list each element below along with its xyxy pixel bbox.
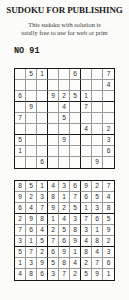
sudoku-cell: 2 [37, 247, 48, 258]
sudoku-cell [81, 69, 92, 80]
sudoku-cell [103, 157, 114, 168]
sudoku-cell: 3 [37, 192, 48, 203]
sudoku-cell: 7 [15, 225, 26, 236]
sudoku-cell [81, 113, 92, 124]
sudoku-cell [59, 69, 70, 80]
sudoku-cell: 6 [26, 225, 37, 236]
sudoku-cell [81, 80, 92, 91]
sudoku-cell [37, 102, 48, 113]
sudoku-cell: 7 [59, 269, 70, 280]
sudoku-cell [70, 124, 81, 135]
sudoku-cell: 7 [48, 236, 59, 247]
sudoku-cell [92, 146, 103, 157]
sudoku-cell: 7 [103, 181, 114, 192]
sudoku-cell [15, 102, 26, 113]
sudoku-cell: 1 [15, 258, 26, 269]
sudoku-cell: 8 [37, 214, 48, 225]
sudoku-cell: 4 [26, 203, 37, 214]
sudoku-cell [48, 146, 59, 157]
sudoku-cell: 7 [26, 247, 37, 258]
sudoku-cell: 8 [81, 247, 92, 258]
sudoku-cell: 5 [26, 181, 37, 192]
sudoku-cell: 8 [59, 258, 70, 269]
sudoku-cell [92, 69, 103, 80]
sudoku-cell [59, 146, 70, 157]
sudoku-cell [92, 124, 103, 135]
sudoku-cell [59, 157, 70, 168]
sudoku-cell: 2 [26, 192, 37, 203]
sudoku-cell: 7 [81, 102, 92, 113]
sudoku-cell [92, 135, 103, 146]
puzzle-number-label: NO 91 [14, 46, 40, 56]
sudoku-cell: 6 [70, 69, 81, 80]
sudoku-cell: 1 [92, 225, 103, 236]
sudoku-cell: 8 [48, 192, 59, 203]
sudoku-cell: 5 [37, 236, 48, 247]
sudoku-cell: 3 [59, 181, 70, 192]
sudoku-cell: 4 [103, 80, 114, 91]
sudoku-cell: 6 [37, 157, 48, 168]
sudoku-cell: 2 [103, 124, 114, 135]
sudoku-cell: 7 [81, 214, 92, 225]
sudoku-cell: 6 [37, 269, 48, 280]
sudoku-cell: 4 [15, 269, 26, 280]
sudoku-cell: 8 [15, 181, 26, 192]
sudoku-page: SUDOKU FOR PUBLISHING This sudoku with s… [0, 0, 129, 300]
sudoku-cell: 2 [70, 269, 81, 280]
sudoku-cell [48, 157, 59, 168]
sudoku-cell: 1 [48, 214, 59, 225]
sudoku-cell [92, 113, 103, 124]
sudoku-cell [92, 80, 103, 91]
sudoku-cell: 6 [103, 146, 114, 157]
sudoku-cell: 3 [81, 225, 92, 236]
sudoku-cell: 5 [81, 269, 92, 280]
sudoku-cell [70, 113, 81, 124]
sudoku-cell [15, 69, 26, 80]
sudoku-cell: 8 [70, 225, 81, 236]
sudoku-cell [37, 80, 48, 91]
sudoku-cell: 7 [103, 69, 114, 80]
sudoku-cell: 1 [37, 181, 48, 192]
sudoku-cell: 5 [103, 214, 114, 225]
sudoku-cell: 9 [59, 135, 70, 146]
sudoku-cell [15, 157, 26, 168]
sudoku-cell: 9 [59, 247, 70, 258]
sudoku-cell: 3 [103, 135, 114, 146]
sudoku-cell: 2 [92, 181, 103, 192]
sudoku-cell [70, 146, 81, 157]
sudoku-cell: 6 [59, 236, 70, 247]
sudoku-cell: 4 [70, 258, 81, 269]
sudoku-cell: 1 [81, 203, 92, 214]
sudoku-cell: 4 [37, 225, 48, 236]
sudoku-cell: 5 [15, 135, 26, 146]
sudoku-cell: 2 [48, 225, 59, 236]
sudoku-cell: 7 [92, 258, 103, 269]
sudoku-cell: 4 [103, 192, 114, 203]
sudoku-cell [92, 91, 103, 102]
sudoku-cell: 6 [15, 91, 26, 102]
sudoku-cell [59, 80, 70, 91]
sudoku-cell: 8 [103, 203, 114, 214]
sudoku-cell: 6 [48, 247, 59, 258]
sudoku-cell [15, 124, 26, 135]
sudoku-cell: 3 [92, 203, 103, 214]
sudoku-cell: 9 [48, 91, 59, 102]
sudoku-cell [37, 91, 48, 102]
sudoku-cell [59, 124, 70, 135]
subtitle-line-1: This sudoku with solution is [0, 21, 129, 29]
sudoku-cell [48, 135, 59, 146]
sudoku-cell: 5 [59, 113, 70, 124]
sudoku-cell: 3 [15, 236, 26, 247]
sudoku-cell: 9 [26, 102, 37, 113]
sudoku-cell [103, 113, 114, 124]
sudoku-cell [103, 102, 114, 113]
sudoku-cell: 2 [81, 258, 92, 269]
sudoku-cell [26, 135, 37, 146]
sudoku-cell: 3 [48, 269, 59, 280]
sudoku-cell: 6 [70, 181, 81, 192]
sudoku-cell: 9 [92, 269, 103, 280]
sudoku-cell: 9 [37, 258, 48, 269]
sudoku-cell [48, 124, 59, 135]
sudoku-cell [48, 69, 59, 80]
sudoku-cell: 7 [37, 203, 48, 214]
sudoku-cell: 5 [92, 192, 103, 203]
sudoku-cell: 4 [92, 247, 103, 258]
sudoku-cell [103, 91, 114, 102]
sudoku-cell: 9 [70, 236, 81, 247]
sudoku-cell [26, 124, 37, 135]
sudoku-cell [26, 146, 37, 157]
sudoku-cell: 3 [70, 214, 81, 225]
sudoku-cell: 1 [70, 247, 81, 258]
sudoku-cell [37, 113, 48, 124]
sudoku-cell [48, 80, 59, 91]
sudoku-cell [26, 113, 37, 124]
sudoku-cell: 5 [48, 258, 59, 269]
sudoku-cell: 6 [81, 192, 92, 203]
sudoku-cell: 1 [103, 269, 114, 280]
sudoku-cell: 4 [81, 236, 92, 247]
sudoku-cell: 6 [103, 258, 114, 269]
sudoku-cell [15, 80, 26, 91]
sudoku-cell [92, 102, 103, 113]
sudoku-cell [48, 102, 59, 113]
sudoku-cell: 8 [92, 236, 103, 247]
sudoku-cell: 4 [81, 124, 92, 135]
sudoku-cell: 9 [26, 214, 37, 225]
sudoku-cell: 4 [48, 181, 59, 192]
sudoku-cell: 5 [59, 225, 70, 236]
subtitle-line-2: totally free to use for web or print [0, 29, 129, 37]
sudoku-cell: 2 [103, 236, 114, 247]
sudoku-cell: 1 [15, 146, 26, 157]
puzzle-grid: 516746925194775425931669 [14, 68, 115, 169]
sudoku-cell: 9 [15, 192, 26, 203]
sudoku-cell [26, 80, 37, 91]
sudoku-cell: 6 [92, 214, 103, 225]
sudoku-cell [81, 146, 92, 157]
sudoku-cell: 5 [15, 247, 26, 258]
sudoku-cell: 1 [81, 91, 92, 102]
sudoku-cell: 6 [15, 203, 26, 214]
sudoku-cell [26, 157, 37, 168]
sudoku-cell [70, 157, 81, 168]
sudoku-cell: 9 [48, 203, 59, 214]
sudoku-cell: 4 [59, 102, 70, 113]
sudoku-cell [81, 135, 92, 146]
sudoku-cell: 9 [103, 225, 114, 236]
solution-grid: 8514369279238176546479251382981437657642… [14, 180, 115, 281]
sudoku-cell [37, 146, 48, 157]
sudoku-cell [70, 135, 81, 146]
sudoku-cell: 3 [26, 258, 37, 269]
sudoku-cell: 4 [59, 214, 70, 225]
sudoku-cell: 2 [59, 203, 70, 214]
sudoku-cell: 1 [37, 69, 48, 80]
sudoku-cell: 9 [81, 181, 92, 192]
page-title: SUDOKU FOR PUBLISHING [0, 5, 129, 15]
sudoku-cell: 3 [103, 247, 114, 258]
page-subtitle: This sudoku with solution is totally fre… [0, 21, 129, 36]
sudoku-cell [37, 135, 48, 146]
sudoku-cell [81, 157, 92, 168]
sudoku-cell: 7 [70, 192, 81, 203]
sudoku-cell: 8 [26, 269, 37, 280]
sudoku-cell: 1 [59, 192, 70, 203]
sudoku-cell: 1 [26, 236, 37, 247]
sudoku-cell [48, 113, 59, 124]
sudoku-cell: 5 [26, 69, 37, 80]
sudoku-cell [70, 80, 81, 91]
sudoku-cell: 7 [15, 113, 26, 124]
sudoku-cell: 2 [59, 91, 70, 102]
sudoku-cell [37, 124, 48, 135]
sudoku-cell: 9 [92, 157, 103, 168]
sudoku-cell [26, 91, 37, 102]
sudoku-cell [70, 102, 81, 113]
sudoku-cell: 2 [15, 214, 26, 225]
sudoku-cell: 5 [70, 203, 81, 214]
sudoku-cell: 5 [70, 91, 81, 102]
